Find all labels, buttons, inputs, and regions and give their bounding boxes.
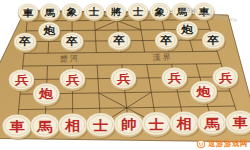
river-label-left: 楚河	[60, 54, 80, 64]
piece-glyph: 相	[64, 118, 80, 133]
piece-glyph: 炮	[180, 24, 193, 36]
piece-glyph: 車	[231, 115, 247, 130]
piece-glyph: 士	[148, 116, 164, 131]
site-logo-text: 逗游游戏网	[208, 139, 248, 149]
piece-glyph: 卒	[160, 35, 172, 47]
piece-glyph: 相	[176, 116, 192, 131]
piece-glyph: 卒	[208, 34, 220, 46]
piece-glyph: 象	[67, 7, 79, 17]
piece-glyph: 士	[92, 117, 108, 132]
piece-glyph: 馬	[203, 115, 219, 130]
piece-glyph: 車	[22, 7, 34, 17]
piece-glyph: 兵	[116, 72, 131, 86]
xiangqi-board: 楚河漢界車馬象士將士象馬車炮炮卒卒卒卒卒兵兵兵兵兵炮炮車馬相士帥士相馬車	[0, 0, 250, 150]
piece-glyph: 兵	[218, 70, 233, 84]
piece-glyph: 車	[8, 119, 24, 134]
piece-glyph: 兵	[14, 73, 29, 87]
piece-black-車[interactable]: 車	[18, 4, 39, 23]
piece-glyph: 炮	[38, 87, 54, 101]
river-label-right: 漢界	[153, 53, 173, 63]
piece-glyph: 兵	[65, 72, 80, 86]
piece-glyph: 卒	[113, 35, 125, 47]
piece-glyph: 兵	[167, 71, 182, 85]
piece-black-士[interactable]: 士	[84, 4, 105, 23]
piece-glyph: 卒	[19, 36, 31, 48]
piece-glyph: 炮	[42, 25, 55, 37]
piece-glyph: 馬	[36, 118, 52, 133]
piece-glyph: 卒	[66, 36, 78, 48]
piece-black-象[interactable]: 象	[62, 4, 83, 23]
smiley-logo-icon	[196, 139, 206, 149]
piece-glyph: 將	[110, 7, 122, 17]
piece-glyph: 士	[88, 7, 100, 17]
piece-black-馬[interactable]: 馬	[40, 4, 61, 23]
piece-glyph: 帥	[121, 117, 136, 132]
piece-black-士[interactable]: 士	[128, 3, 149, 22]
site-logo: 逗游游戏网	[196, 139, 248, 149]
xiangqi-photo: 楚河漢界車馬象士將士象馬車炮炮卒卒卒卒卒兵兵兵兵兵炮炮車馬相士帥士相馬車 逗游网…	[0, 0, 250, 150]
piece-black-將[interactable]: 將	[106, 4, 127, 23]
piece-glyph: 炮	[196, 85, 212, 99]
piece-black-象[interactable]: 象	[150, 3, 171, 22]
piece-glyph: 馬	[44, 7, 56, 17]
piece-glyph: 士	[132, 7, 144, 17]
piece-glyph: 象	[155, 7, 167, 17]
